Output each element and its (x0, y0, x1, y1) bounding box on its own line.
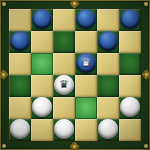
blue-man-piece[interactable] (32, 9, 52, 29)
cell-r2c2-light[interactable] (53, 53, 75, 75)
blue-man-piece[interactable] (120, 9, 140, 29)
crown-icon: ♛ (59, 79, 69, 90)
cell-r2c4-light[interactable] (97, 53, 119, 75)
blue-man-piece[interactable] (76, 9, 96, 29)
crown-icon: ♛ (81, 57, 91, 68)
cell-r1c2-dark[interactable] (53, 31, 75, 53)
cell-r3c2-dark[interactable]: ♛ (53, 75, 75, 97)
cell-r5c5-light[interactable] (119, 119, 141, 141)
cell-r0c4-light[interactable] (97, 9, 119, 31)
white-man-piece[interactable] (120, 97, 140, 117)
cell-r0c1-dark[interactable] (31, 9, 53, 31)
cell-r1c3-light[interactable] (75, 31, 97, 53)
frame-corner-ornament (144, 2, 148, 6)
cell-r5c3-light[interactable] (75, 119, 97, 141)
cell-r1c0-dark[interactable] (9, 31, 31, 53)
cell-r2c3-dark[interactable]: ♛ (75, 53, 97, 75)
cell-r4c0-light[interactable] (9, 97, 31, 119)
cell-r2c5-dark[interactable] (119, 53, 141, 75)
checkers-game-screen: ♛♛ (0, 0, 150, 150)
cell-r3c3-light[interactable] (75, 75, 97, 97)
frame-corner-ornament (2, 144, 6, 148)
cell-r3c4-dark[interactable] (97, 75, 119, 97)
cell-r4c2-light[interactable] (53, 97, 75, 119)
cell-r0c3-dark[interactable] (75, 9, 97, 31)
cell-r3c5-light[interactable] (119, 75, 141, 97)
cell-r4c5-dark[interactable] (119, 97, 141, 119)
cell-r5c4-dark[interactable] (97, 119, 119, 141)
white-man-piece[interactable] (10, 119, 30, 139)
blue-man-piece[interactable] (98, 31, 118, 51)
cell-r4c3-dark[interactable] (75, 97, 97, 119)
cell-r4c4-light[interactable] (97, 97, 119, 119)
frame-corner-ornament (2, 2, 6, 6)
cell-r1c5-light[interactable] (119, 31, 141, 53)
cell-r5c1-light[interactable] (31, 119, 53, 141)
blue-man-piece[interactable] (10, 31, 30, 51)
cell-r5c2-dark[interactable] (53, 119, 75, 141)
cell-r3c1-light[interactable] (31, 75, 53, 97)
cell-r1c4-dark[interactable] (97, 31, 119, 53)
cell-r3c0-dark[interactable] (9, 75, 31, 97)
cell-r5c0-dark[interactable] (9, 119, 31, 141)
white-king-piece[interactable]: ♛ (54, 75, 74, 95)
white-man-piece[interactable] (32, 97, 52, 117)
cell-r2c0-light[interactable] (9, 53, 31, 75)
cell-r0c0-light[interactable] (9, 9, 31, 31)
cell-r0c2-light[interactable] (53, 9, 75, 31)
frame-corner-ornament (144, 144, 148, 148)
cell-r2c1-dark[interactable] (31, 53, 53, 75)
cell-r4c1-dark[interactable] (31, 97, 53, 119)
cell-r1c1-light[interactable] (31, 31, 53, 53)
cell-r0c5-dark[interactable] (119, 9, 141, 31)
blue-king-piece[interactable]: ♛ (76, 53, 96, 73)
white-man-piece[interactable] (98, 119, 118, 139)
white-man-piece[interactable] (54, 119, 74, 139)
checkers-board: ♛♛ (9, 9, 141, 141)
